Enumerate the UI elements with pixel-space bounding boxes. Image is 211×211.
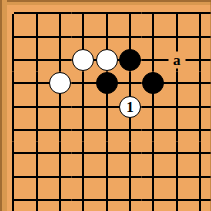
board-point[interactable] — [48, 48, 71, 71]
black-stone[interactable] — [119, 49, 141, 71]
white-stone[interactable] — [72, 49, 94, 71]
board-point[interactable] — [25, 2, 48, 25]
board-point[interactable] — [118, 142, 141, 165]
board-point[interactable] — [165, 95, 188, 118]
board-point[interactable] — [25, 118, 48, 141]
board-point[interactable] — [142, 2, 165, 25]
board-point[interactable] — [72, 165, 95, 188]
board-point[interactable] — [72, 142, 95, 165]
board-point[interactable] — [142, 95, 165, 118]
board-point[interactable] — [118, 165, 141, 188]
white-stone[interactable] — [49, 72, 71, 94]
board-point[interactable] — [95, 118, 118, 141]
board-point[interactable] — [48, 142, 71, 165]
board-cut-edge — [210, 0, 211, 211]
board-point[interactable] — [48, 2, 71, 25]
board-point[interactable] — [142, 25, 165, 48]
board-point[interactable] — [118, 48, 141, 71]
board-point[interactable] — [25, 165, 48, 188]
board-point[interactable] — [95, 48, 118, 71]
board-point[interactable] — [25, 25, 48, 48]
board-point[interactable] — [72, 95, 95, 118]
board-point[interactable] — [48, 72, 71, 95]
board-point[interactable] — [165, 25, 188, 48]
board-point[interactable] — [48, 95, 71, 118]
board-point[interactable] — [95, 165, 118, 188]
board-point[interactable] — [48, 118, 71, 141]
board-point[interactable] — [142, 165, 165, 188]
black-stone[interactable] — [142, 72, 164, 94]
board-frame-left — [0, 0, 7, 211]
move-number-label: 1 — [126, 99, 134, 115]
board-point[interactable] — [165, 72, 188, 95]
board-point[interactable] — [25, 48, 48, 71]
board-point[interactable] — [95, 188, 118, 211]
board-point[interactable] — [118, 25, 141, 48]
board-point[interactable] — [118, 2, 141, 25]
white-stone[interactable] — [96, 49, 118, 71]
board-point[interactable] — [165, 118, 188, 141]
board-point[interactable] — [118, 72, 141, 95]
board-point[interactable] — [142, 72, 165, 95]
board-point[interactable] — [95, 72, 118, 95]
go-board: a1 — [2, 2, 211, 211]
board-point[interactable] — [118, 118, 141, 141]
board-point[interactable] — [95, 95, 118, 118]
board-point[interactable] — [25, 188, 48, 211]
board-point[interactable] — [95, 2, 118, 25]
board-point[interactable] — [118, 188, 141, 211]
board-point[interactable] — [142, 188, 165, 211]
board-point[interactable] — [25, 142, 48, 165]
board-point[interactable] — [165, 2, 188, 25]
point-label-a: a — [168, 52, 185, 69]
board-point[interactable]: a — [165, 48, 188, 71]
board-point[interactable] — [165, 188, 188, 211]
board-point[interactable] — [72, 72, 95, 95]
board-point[interactable] — [72, 2, 95, 25]
board-point[interactable] — [188, 95, 211, 118]
board-point[interactable] — [165, 142, 188, 165]
go-diagram: a1 — [0, 0, 211, 211]
board-point[interactable] — [72, 48, 95, 71]
board-point[interactable] — [72, 25, 95, 48]
board-point[interactable] — [188, 188, 211, 211]
board-point[interactable] — [95, 25, 118, 48]
board-point[interactable] — [165, 165, 188, 188]
board-point[interactable] — [72, 188, 95, 211]
board-point[interactable] — [188, 165, 211, 188]
board-frame-top — [0, 0, 211, 5]
board-point[interactable] — [25, 72, 48, 95]
board-point[interactable] — [48, 165, 71, 188]
board-point[interactable] — [188, 72, 211, 95]
board-point[interactable] — [188, 25, 211, 48]
board-point[interactable] — [188, 118, 211, 141]
board-point[interactable] — [188, 2, 211, 25]
board-point[interactable] — [48, 188, 71, 211]
board-point[interactable] — [188, 142, 211, 165]
black-stone[interactable] — [96, 72, 118, 94]
board-point[interactable] — [72, 118, 95, 141]
board-point[interactable] — [25, 95, 48, 118]
board-point[interactable] — [188, 48, 211, 71]
board-point[interactable] — [142, 142, 165, 165]
board-point[interactable]: 1 — [118, 95, 141, 118]
white-stone[interactable]: 1 — [119, 96, 141, 118]
board-point[interactable] — [142, 48, 165, 71]
board-point[interactable] — [48, 25, 71, 48]
board-point[interactable] — [142, 118, 165, 141]
board-point[interactable] — [95, 142, 118, 165]
